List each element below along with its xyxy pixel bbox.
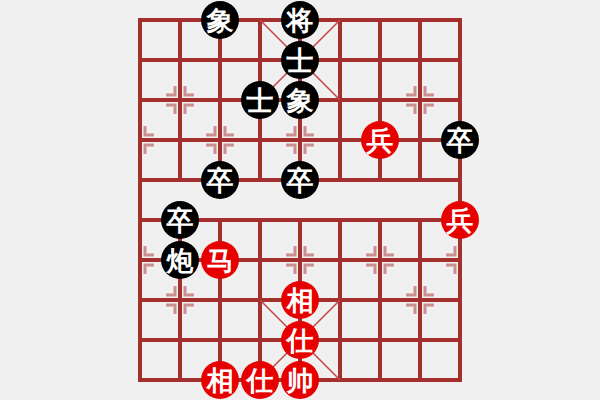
intersection-4-1[interactable]: 士 — [280, 40, 320, 80]
intersection-3-3[interactable] — [240, 120, 280, 160]
intersection-2-1[interactable] — [200, 40, 240, 80]
intersection-0-1[interactable] — [120, 40, 160, 80]
intersection-5-4[interactable] — [320, 160, 360, 200]
xiangqi-board: 象将士士象兵卒卒卒卒兵炮马相仕相仕帅 — [120, 0, 480, 400]
intersection-4-9[interactable]: 帅 — [280, 360, 320, 400]
intersection-8-2[interactable] — [440, 80, 480, 120]
intersection-3-7[interactable] — [240, 280, 280, 320]
red-advisor[interactable]: 仕 — [281, 321, 319, 359]
intersection-0-0[interactable] — [120, 0, 160, 40]
intersection-4-4[interactable]: 卒 — [280, 160, 320, 200]
intersection-4-0[interactable]: 将 — [280, 0, 320, 40]
intersection-6-6[interactable] — [360, 240, 400, 280]
black-soldier[interactable]: 卒 — [161, 201, 199, 239]
intersection-1-0[interactable] — [160, 0, 200, 40]
intersection-8-6[interactable] — [440, 240, 480, 280]
black-advisor[interactable]: 士 — [281, 41, 319, 79]
intersection-2-7[interactable] — [200, 280, 240, 320]
red-soldier[interactable]: 兵 — [361, 121, 399, 159]
intersection-3-4[interactable] — [240, 160, 280, 200]
intersection-6-9[interactable] — [360, 360, 400, 400]
intersection-6-3[interactable]: 兵 — [360, 120, 400, 160]
intersection-5-0[interactable] — [320, 0, 360, 40]
intersection-7-4[interactable] — [400, 160, 440, 200]
intersection-3-5[interactable] — [240, 200, 280, 240]
red-elephant[interactable]: 相 — [201, 361, 239, 399]
xiangqi-board-screen: 象将士士象兵卒卒卒卒兵炮马相仕相仕帅 — [0, 0, 600, 400]
intersection-4-7[interactable]: 相 — [280, 280, 320, 320]
intersection-0-2[interactable] — [120, 80, 160, 120]
intersection-8-5[interactable]: 兵 — [440, 200, 480, 240]
black-soldier[interactable]: 卒 — [201, 161, 239, 199]
intersection-4-6[interactable] — [280, 240, 320, 280]
black-soldier[interactable]: 卒 — [281, 161, 319, 199]
intersection-1-9[interactable] — [160, 360, 200, 400]
black-elephant[interactable]: 象 — [281, 81, 319, 119]
intersection-8-8[interactable] — [440, 320, 480, 360]
intersection-7-7[interactable] — [400, 280, 440, 320]
intersection-3-0[interactable] — [240, 0, 280, 40]
intersection-6-0[interactable] — [360, 0, 400, 40]
intersection-2-4[interactable]: 卒 — [200, 160, 240, 200]
intersection-3-6[interactable] — [240, 240, 280, 280]
intersection-4-2[interactable]: 象 — [280, 80, 320, 120]
intersection-2-6[interactable]: 马 — [200, 240, 240, 280]
intersection-8-0[interactable] — [440, 0, 480, 40]
intersection-3-1[interactable] — [240, 40, 280, 80]
intersection-6-5[interactable] — [360, 200, 400, 240]
intersection-4-5[interactable] — [280, 200, 320, 240]
black-general[interactable]: 将 — [281, 1, 319, 39]
intersection-5-1[interactable] — [320, 40, 360, 80]
intersection-7-3[interactable] — [400, 120, 440, 160]
intersection-5-9[interactable] — [320, 360, 360, 400]
intersection-6-7[interactable] — [360, 280, 400, 320]
intersection-0-7[interactable] — [120, 280, 160, 320]
intersection-2-5[interactable] — [200, 200, 240, 240]
intersection-0-3[interactable] — [120, 120, 160, 160]
intersection-5-6[interactable] — [320, 240, 360, 280]
intersection-5-2[interactable] — [320, 80, 360, 120]
intersection-7-9[interactable] — [400, 360, 440, 400]
intersection-4-3[interactable] — [280, 120, 320, 160]
intersection-0-6[interactable] — [120, 240, 160, 280]
intersection-3-8[interactable] — [240, 320, 280, 360]
intersection-7-1[interactable] — [400, 40, 440, 80]
intersection-5-5[interactable] — [320, 200, 360, 240]
intersection-8-1[interactable] — [440, 40, 480, 80]
intersection-2-2[interactable] — [200, 80, 240, 120]
intersection-0-9[interactable] — [120, 360, 160, 400]
red-elephant[interactable]: 相 — [281, 281, 319, 319]
intersection-6-4[interactable] — [360, 160, 400, 200]
intersection-2-8[interactable] — [200, 320, 240, 360]
intersection-4-8[interactable]: 仕 — [280, 320, 320, 360]
intersection-7-6[interactable] — [400, 240, 440, 280]
intersection-2-3[interactable] — [200, 120, 240, 160]
red-soldier[interactable]: 兵 — [441, 201, 479, 239]
intersection-3-9[interactable]: 仕 — [240, 360, 280, 400]
intersection-2-9[interactable]: 相 — [200, 360, 240, 400]
black-cannon[interactable]: 炮 — [161, 241, 199, 279]
intersection-2-0[interactable]: 象 — [200, 0, 240, 40]
red-general[interactable]: 帅 — [281, 361, 319, 399]
intersection-3-2[interactable]: 士 — [240, 80, 280, 120]
red-horse[interactable]: 马 — [201, 241, 239, 279]
intersection-1-1[interactable] — [160, 40, 200, 80]
black-soldier[interactable]: 卒 — [441, 121, 479, 159]
intersection-1-2[interactable] — [160, 80, 200, 120]
intersection-6-2[interactable] — [360, 80, 400, 120]
intersection-5-7[interactable] — [320, 280, 360, 320]
intersection-8-9[interactable] — [440, 360, 480, 400]
intersection-5-3[interactable] — [320, 120, 360, 160]
intersection-1-6[interactable]: 炮 — [160, 240, 200, 280]
black-advisor[interactable]: 士 — [241, 81, 279, 119]
intersection-8-7[interactable] — [440, 280, 480, 320]
black-elephant[interactable]: 象 — [201, 1, 239, 39]
intersection-0-4[interactable] — [120, 160, 160, 200]
red-advisor[interactable]: 仕 — [241, 361, 279, 399]
intersection-7-0[interactable] — [400, 0, 440, 40]
intersection-1-5[interactable]: 卒 — [160, 200, 200, 240]
intersection-7-2[interactable] — [400, 80, 440, 120]
intersection-8-4[interactable] — [440, 160, 480, 200]
intersection-0-8[interactable] — [120, 320, 160, 360]
intersection-5-8[interactable] — [320, 320, 360, 360]
intersection-7-5[interactable] — [400, 200, 440, 240]
intersection-1-3[interactable] — [160, 120, 200, 160]
intersection-6-8[interactable] — [360, 320, 400, 360]
intersection-8-3[interactable]: 卒 — [440, 120, 480, 160]
intersection-7-8[interactable] — [400, 320, 440, 360]
intersection-1-7[interactable] — [160, 280, 200, 320]
intersection-0-5[interactable] — [120, 200, 160, 240]
intersection-1-8[interactable] — [160, 320, 200, 360]
intersection-6-1[interactable] — [360, 40, 400, 80]
intersection-1-4[interactable] — [160, 160, 200, 200]
